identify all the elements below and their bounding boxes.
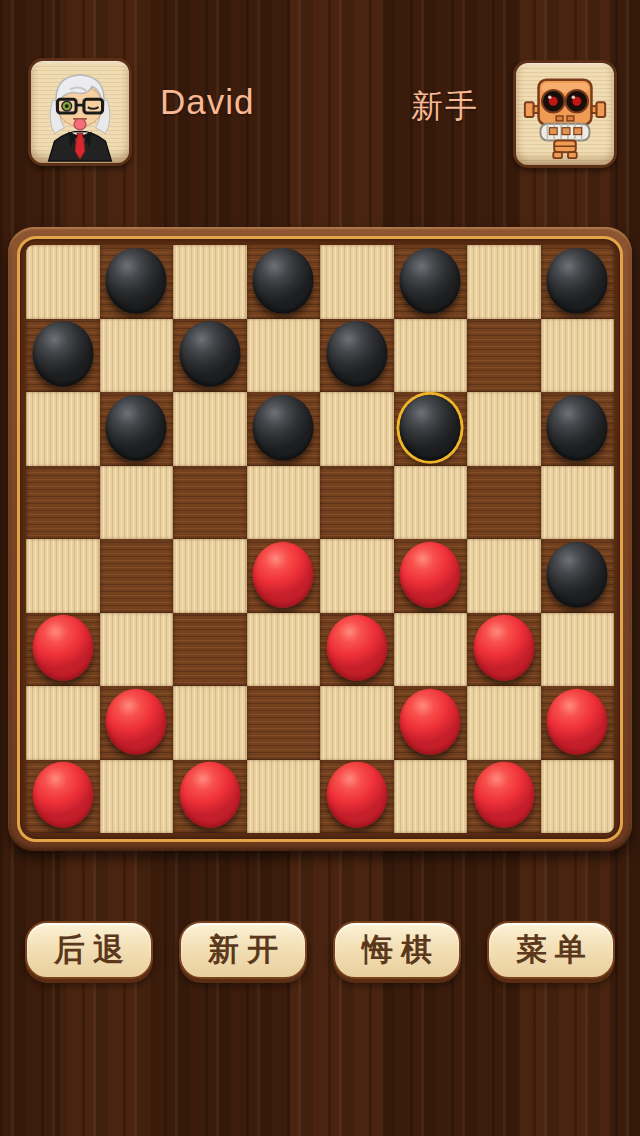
red-piece[interactable]: [473, 615, 534, 681]
black-piece[interactable]: [253, 247, 314, 313]
black-piece[interactable]: [326, 321, 387, 387]
red-piece[interactable]: [326, 762, 387, 828]
red-piece[interactable]: [547, 688, 608, 754]
square-r4c3[interactable]: [173, 466, 247, 540]
square-r1c5[interactable]: [320, 245, 394, 319]
square-r7c5[interactable]: [320, 686, 394, 760]
square-r2c5[interactable]: [320, 319, 394, 393]
square-r7c2[interactable]: [100, 686, 174, 760]
square-r8c2[interactable]: [100, 760, 174, 834]
red-piece[interactable]: [179, 762, 240, 828]
square-r8c5[interactable]: [320, 760, 394, 834]
red-piece[interactable]: [473, 762, 534, 828]
board-gold-trim: [17, 236, 623, 842]
square-r1c1[interactable]: [26, 245, 100, 319]
robot-avatar-icon: [516, 63, 614, 165]
red-piece[interactable]: [326, 615, 387, 681]
square-r2c2[interactable]: [100, 319, 174, 393]
square-r8c3[interactable]: [173, 760, 247, 834]
black-piece[interactable]: [547, 541, 608, 607]
square-r7c3[interactable]: [173, 686, 247, 760]
red-piece[interactable]: [32, 762, 93, 828]
black-piece[interactable]: [547, 394, 608, 460]
square-r5c1[interactable]: [26, 539, 100, 613]
square-r6c6[interactable]: [394, 613, 468, 687]
square-r2c6[interactable]: [394, 319, 468, 393]
square-r2c3[interactable]: [173, 319, 247, 393]
square-r3c6[interactable]: [394, 392, 468, 466]
black-piece[interactable]: [106, 247, 167, 313]
square-r7c7[interactable]: [467, 686, 541, 760]
square-r7c8[interactable]: [541, 686, 615, 760]
square-r6c7[interactable]: [467, 613, 541, 687]
square-r3c8[interactable]: [541, 392, 615, 466]
undo-move-button[interactable]: 悔棋: [333, 921, 461, 979]
square-r2c7[interactable]: [467, 319, 541, 393]
square-r3c4[interactable]: [247, 392, 321, 466]
square-r1c4[interactable]: [247, 245, 321, 319]
player-bar: David 新手: [28, 58, 617, 168]
square-r6c4[interactable]: [247, 613, 321, 687]
control-bar: 后退 新开 悔棋 菜单: [0, 921, 640, 979]
square-r8c7[interactable]: [467, 760, 541, 834]
player-name: David: [160, 82, 254, 122]
black-piece[interactable]: [179, 321, 240, 387]
square-r5c5[interactable]: [320, 539, 394, 613]
square-r4c7[interactable]: [467, 466, 541, 540]
square-r5c3[interactable]: [173, 539, 247, 613]
black-piece[interactable]: [253, 394, 314, 460]
black-piece[interactable]: [32, 321, 93, 387]
square-r3c5[interactable]: [320, 392, 394, 466]
ai-level-label: 新手: [411, 85, 479, 129]
square-r1c2[interactable]: [100, 245, 174, 319]
square-r4c5[interactable]: [320, 466, 394, 540]
square-r4c2[interactable]: [100, 466, 174, 540]
board-grid[interactable]: [26, 245, 614, 833]
red-piece[interactable]: [400, 688, 461, 754]
square-r1c8[interactable]: [541, 245, 615, 319]
square-r3c1[interactable]: [26, 392, 100, 466]
checkers-board: [8, 227, 632, 851]
square-r7c4[interactable]: [247, 686, 321, 760]
red-piece[interactable]: [400, 541, 461, 607]
square-r6c3[interactable]: [173, 613, 247, 687]
square-r8c8[interactable]: [541, 760, 615, 834]
new-game-button[interactable]: 新开: [179, 921, 307, 979]
square-r3c2[interactable]: [100, 392, 174, 466]
square-r6c2[interactable]: [100, 613, 174, 687]
black-piece[interactable]: [106, 394, 167, 460]
square-r5c7[interactable]: [467, 539, 541, 613]
square-r1c3[interactable]: [173, 245, 247, 319]
red-piece[interactable]: [253, 541, 314, 607]
player-avatar-david-icon: [31, 61, 129, 163]
red-piece[interactable]: [32, 615, 93, 681]
board-frame: [8, 227, 632, 851]
black-piece[interactable]: [400, 247, 461, 313]
square-r1c7[interactable]: [467, 245, 541, 319]
square-r1c6[interactable]: [394, 245, 468, 319]
square-r4c6[interactable]: [394, 466, 468, 540]
red-piece[interactable]: [106, 688, 167, 754]
square-r8c6[interactable]: [394, 760, 468, 834]
square-r6c5[interactable]: [320, 613, 394, 687]
ai-avatar[interactable]: [513, 60, 617, 168]
square-r5c8[interactable]: [541, 539, 615, 613]
square-r2c4[interactable]: [247, 319, 321, 393]
square-r2c1[interactable]: [26, 319, 100, 393]
square-r5c6[interactable]: [394, 539, 468, 613]
square-r2c8[interactable]: [541, 319, 615, 393]
square-r5c2[interactable]: [100, 539, 174, 613]
square-r8c4[interactable]: [247, 760, 321, 834]
square-r6c8[interactable]: [541, 613, 615, 687]
square-r5c4[interactable]: [247, 539, 321, 613]
menu-button[interactable]: 菜单: [487, 921, 615, 979]
square-r4c4[interactable]: [247, 466, 321, 540]
square-r3c3[interactable]: [173, 392, 247, 466]
step-back-button[interactable]: 后退: [25, 921, 153, 979]
square-r3c7[interactable]: [467, 392, 541, 466]
square-r7c6[interactable]: [394, 686, 468, 760]
player-avatar[interactable]: [28, 58, 132, 166]
square-r6c1[interactable]: [26, 613, 100, 687]
square-r4c8[interactable]: [541, 466, 615, 540]
black-piece-selected[interactable]: [400, 394, 461, 460]
square-r8c1[interactable]: [26, 760, 100, 834]
square-r4c1[interactable]: [26, 466, 100, 540]
square-r7c1[interactable]: [26, 686, 100, 760]
black-piece[interactable]: [547, 247, 608, 313]
